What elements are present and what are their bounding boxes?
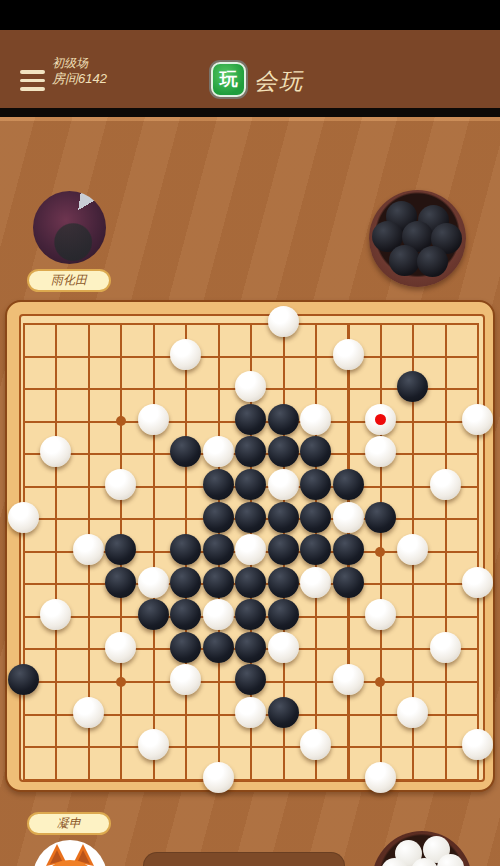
black-stone xyxy=(203,502,234,533)
black-stone xyxy=(268,599,299,630)
gomoku-board[interactable] xyxy=(5,300,495,792)
white-stone xyxy=(268,469,299,500)
white-stone xyxy=(235,697,266,728)
black-stone xyxy=(203,632,234,663)
white-stone xyxy=(430,469,461,500)
star-point xyxy=(375,547,385,557)
white-stone xyxy=(333,339,364,370)
white-stone xyxy=(462,567,493,598)
header-bar: 初级场 房间6142 玩 会玩 xyxy=(0,30,500,108)
player-top-avatar xyxy=(33,191,106,264)
white-stone xyxy=(333,664,364,695)
black-stone xyxy=(365,502,396,533)
status-bar xyxy=(0,0,500,30)
black-stone xyxy=(235,502,266,533)
player-bottom-avatar xyxy=(33,840,107,866)
black-stone xyxy=(235,404,266,435)
black-stone xyxy=(105,567,136,598)
white-stone xyxy=(462,729,493,760)
black-stone xyxy=(268,502,299,533)
main-top-edge xyxy=(0,117,500,121)
black-stone xyxy=(300,469,331,500)
white-stone xyxy=(300,567,331,598)
white-stone xyxy=(138,729,169,760)
white-stone xyxy=(105,632,136,663)
black-stone xyxy=(333,567,364,598)
black-stone xyxy=(333,469,364,500)
white-stone xyxy=(203,599,234,630)
black-stone xyxy=(203,469,234,500)
star-point xyxy=(116,677,126,687)
black-stone xyxy=(203,534,234,565)
app-logo-icon: 玩 xyxy=(211,62,246,97)
black-stone xyxy=(268,567,299,598)
room-info: 初级场 房间6142 xyxy=(52,56,107,86)
white-stone xyxy=(300,404,331,435)
white-stone xyxy=(365,599,396,630)
white-stone xyxy=(268,306,299,337)
black-stone-bowl xyxy=(369,190,466,287)
black-stone xyxy=(235,632,266,663)
player-top-name: 雨化田 xyxy=(27,269,111,292)
player-bottom-name: 凝申 xyxy=(27,812,111,835)
app-screen: 初级场 房间6142 玩 会玩 雨化田 凝申 xyxy=(0,0,500,866)
white-stone xyxy=(397,697,428,728)
black-stone xyxy=(268,404,299,435)
bottom-action-button[interactable] xyxy=(143,852,345,866)
black-stone xyxy=(300,534,331,565)
white-stone xyxy=(235,534,266,565)
black-tray-stone xyxy=(389,245,420,276)
white-stone xyxy=(203,436,234,467)
black-stone xyxy=(268,697,299,728)
black-stone xyxy=(268,436,299,467)
black-stone xyxy=(235,567,266,598)
black-stone xyxy=(170,632,201,663)
white-stone xyxy=(462,404,493,435)
app-name: 会玩 xyxy=(254,66,304,97)
white-stone xyxy=(268,632,299,663)
black-stone xyxy=(203,567,234,598)
white-stone xyxy=(73,534,104,565)
fox-icon xyxy=(33,840,107,866)
black-stone xyxy=(268,534,299,565)
menu-icon[interactable] xyxy=(20,70,45,93)
white-stone xyxy=(73,697,104,728)
white-stone xyxy=(170,339,201,370)
white-stone xyxy=(430,632,461,663)
white-stone xyxy=(138,567,169,598)
room-id-label: 房间6142 xyxy=(52,71,107,86)
header-divider xyxy=(0,108,500,117)
black-stone xyxy=(333,534,364,565)
last-move-marker xyxy=(375,414,386,425)
black-stone xyxy=(138,599,169,630)
white-stone xyxy=(138,404,169,435)
black-stone xyxy=(235,469,266,500)
white-stone xyxy=(333,502,364,533)
black-tray-stone xyxy=(417,246,448,277)
room-type-label: 初级场 xyxy=(52,56,107,71)
white-stone xyxy=(365,762,396,793)
black-stone xyxy=(170,567,201,598)
black-stone xyxy=(300,502,331,533)
white-stone-bowl xyxy=(372,831,472,866)
white-stone xyxy=(8,502,39,533)
white-stone xyxy=(203,762,234,793)
